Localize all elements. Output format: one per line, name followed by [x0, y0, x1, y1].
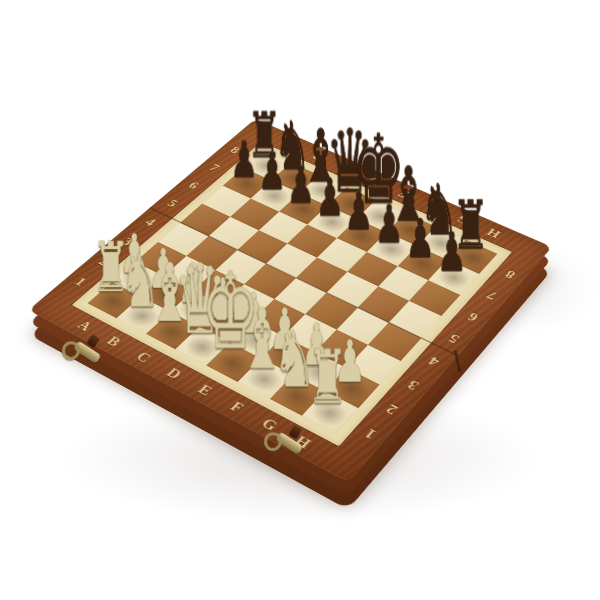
chess-board: ♜♞♝♛♚♝♞♜♟♟♟♟♟♟♟♟♟♟♟♟♟♟♟♟♜♞♝♛♚♝♞♜ AABBCCD… — [28, 119, 552, 483]
black-pawn[interactable]: ♟ — [408, 226, 495, 280]
photo-stage: ♜♞♝♛♚♝♞♜♟♟♟♟♟♟♟♟♟♟♟♟♟♟♟♟♜♞♝♛♚♝♞♜ AABBCCD… — [0, 0, 600, 600]
perspective-scene: ♜♞♝♛♚♝♞♜♟♟♟♟♟♟♟♟♟♟♟♟♟♟♟♟♜♞♝♛♚♝♞♜ AABBCCD… — [0, 0, 600, 600]
white-rook[interactable]: ♜ — [280, 341, 375, 416]
